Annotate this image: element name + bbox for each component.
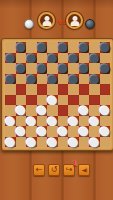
square-9-4[interactable]: ● — [47, 137, 58, 148]
white-piece-icon — [24, 19, 34, 29]
square-1-2[interactable]: ● — [26, 53, 37, 64]
square-2-9[interactable]: ● — [100, 63, 111, 74]
toolbar: ← ↺ ↪ 1 ◄) — [33, 164, 90, 176]
player-one-avatar[interactable] — [38, 12, 55, 29]
square-9-3 — [37, 137, 48, 148]
undo-button[interactable]: ← — [33, 164, 45, 176]
square-8-1[interactable]: ● — [16, 126, 27, 137]
square-6-3[interactable]: ● — [37, 105, 48, 116]
square-1-4[interactable]: ● — [47, 53, 58, 64]
white-man[interactable]: ● — [16, 126, 26, 136]
black-man[interactable]: ● — [68, 74, 78, 84]
square-3-8[interactable]: ● — [89, 74, 100, 85]
square-3-7 — [79, 74, 90, 85]
notification-badge: 1 — [72, 159, 77, 169]
restart-icon: ↺ — [51, 165, 58, 175]
undo-arrow-icon: ← — [36, 165, 43, 175]
speaker-icon: ◄) — [82, 165, 87, 175]
square-1-6[interactable]: ● — [68, 53, 79, 64]
square-4-6 — [68, 84, 79, 95]
person-icon — [68, 14, 81, 27]
square-9-0[interactable]: ● — [5, 137, 16, 148]
square-0-3[interactable]: ● — [37, 42, 48, 53]
square-0-1[interactable]: ● — [16, 42, 27, 53]
black-man[interactable]: ● — [79, 63, 89, 73]
square-8-5[interactable]: ● — [58, 126, 69, 137]
black-man[interactable]: ● — [79, 42, 89, 52]
square-4-9[interactable] — [100, 84, 111, 95]
white-man[interactable]: ● — [58, 126, 68, 136]
player-two-avatar[interactable] — [66, 12, 83, 29]
sound-button[interactable]: ◄) — [78, 164, 90, 176]
white-man[interactable]: ● — [68, 116, 78, 126]
square-0-7[interactable]: ● — [79, 42, 90, 53]
square-4-2 — [26, 84, 37, 95]
square-0-5[interactable]: ● — [58, 42, 69, 53]
black-man[interactable]: ● — [26, 53, 36, 63]
black-man[interactable]: ● — [68, 53, 78, 63]
square-3-5 — [58, 74, 69, 85]
black-man[interactable]: ● — [47, 53, 57, 63]
square-2-3[interactable]: ● — [37, 63, 48, 74]
square-0-9[interactable]: ● — [100, 42, 111, 53]
square-8-7[interactable]: ● — [79, 126, 90, 137]
square-5-2[interactable] — [26, 95, 37, 106]
square-1-0[interactable]: ● — [5, 53, 16, 64]
white-man[interactable]: ● — [26, 137, 36, 147]
square-9-9 — [100, 137, 111, 148]
black-man[interactable]: ● — [89, 74, 99, 84]
square-6-5[interactable] — [58, 105, 69, 116]
square-4-5[interactable] — [58, 84, 69, 95]
restart-button[interactable]: ↺ — [48, 164, 60, 176]
square-9-2[interactable]: ● — [26, 137, 37, 148]
square-9-5 — [58, 137, 69, 148]
black-man[interactable]: ● — [58, 63, 68, 73]
square-4-1[interactable] — [16, 84, 27, 95]
black-man[interactable]: ● — [5, 53, 15, 63]
square-4-7[interactable] — [79, 84, 90, 95]
black-man[interactable]: ● — [89, 53, 99, 63]
person-icon — [40, 14, 53, 27]
square-7-8[interactable]: ● — [89, 116, 100, 127]
black-man[interactable]: ● — [5, 74, 15, 84]
black-piece-icon — [85, 19, 95, 29]
white-man[interactable]: ● — [79, 126, 89, 136]
white-man[interactable]: ● — [37, 126, 47, 136]
black-man[interactable]: ● — [58, 42, 68, 52]
square-5-8[interactable] — [89, 95, 100, 106]
square-9-7 — [79, 137, 90, 148]
black-man[interactable]: ● — [100, 42, 110, 52]
black-man[interactable]: ● — [37, 63, 47, 73]
square-7-4[interactable]: ● — [47, 116, 58, 127]
square-8-3[interactable]: ● — [37, 126, 48, 137]
square-3-1 — [16, 74, 27, 85]
white-man[interactable]: ● — [68, 137, 78, 147]
board-frame: ●●●●●●●●●●●●●●●●●●●●●●●●●●●●●●●●●●●●●●●● — [1, 38, 113, 151]
square-9-1 — [16, 137, 27, 148]
square-6-7[interactable]: ● — [79, 105, 90, 116]
black-man[interactable]: ● — [26, 74, 36, 84]
square-2-5[interactable]: ● — [58, 63, 69, 74]
square-7-0[interactable]: ● — [5, 116, 16, 127]
white-man[interactable]: ● — [89, 116, 99, 126]
square-1-8[interactable]: ● — [89, 53, 100, 64]
square-6-1[interactable]: ● — [16, 105, 27, 116]
white-man[interactable]: ● — [100, 126, 110, 136]
square-4-8 — [89, 84, 100, 95]
square-5-6[interactable] — [68, 95, 79, 106]
square-6-9[interactable]: ● — [100, 105, 111, 116]
square-3-2[interactable]: ● — [26, 74, 37, 85]
square-5-4[interactable]: ● — [47, 95, 58, 106]
checkers-app: vs ●●●●●●●●●●●●●●●●●●●●●●●●●●●●●●●●●●●●●… — [0, 0, 113, 200]
black-man[interactable]: ● — [16, 42, 26, 52]
black-man[interactable]: ● — [16, 63, 26, 73]
black-man[interactable]: ● — [37, 42, 47, 52]
square-3-0[interactable]: ● — [5, 74, 16, 85]
square-2-1[interactable]: ● — [16, 63, 27, 74]
square-7-2[interactable]: ● — [26, 116, 37, 127]
square-4-3[interactable] — [37, 84, 48, 95]
square-2-7[interactable]: ● — [79, 63, 90, 74]
white-man[interactable]: ● — [26, 116, 36, 126]
square-3-3 — [37, 74, 48, 85]
board-grid: ●●●●●●●●●●●●●●●●●●●●●●●●●●●●●●●●●●●●●●●● — [5, 42, 110, 147]
white-man[interactable]: ● — [47, 116, 57, 126]
white-man[interactable]: ● — [47, 95, 57, 105]
square-9-6[interactable]: ● — [68, 137, 79, 148]
white-man[interactable]: ● — [100, 105, 110, 115]
square-7-6[interactable]: ● — [68, 116, 79, 127]
white-man[interactable]: ● — [89, 137, 99, 147]
white-man[interactable]: ● — [16, 105, 26, 115]
black-man[interactable]: ● — [47, 74, 57, 84]
white-man[interactable]: ● — [79, 105, 89, 115]
white-man[interactable]: ● — [5, 116, 15, 126]
square-3-4[interactable]: ● — [47, 74, 58, 85]
square-8-9[interactable]: ● — [100, 126, 111, 137]
square-5-0[interactable] — [5, 95, 16, 106]
exit-button[interactable]: ↪ 1 — [63, 164, 75, 176]
square-4-0 — [5, 84, 16, 95]
white-man[interactable]: ● — [37, 105, 47, 115]
square-5-5 — [58, 95, 69, 106]
square-3-9 — [100, 74, 111, 85]
white-man[interactable]: ● — [5, 137, 15, 147]
white-man[interactable]: ● — [47, 137, 57, 147]
square-3-6[interactable]: ● — [68, 74, 79, 85]
black-man[interactable]: ● — [100, 63, 110, 73]
square-9-8[interactable]: ● — [89, 137, 100, 148]
